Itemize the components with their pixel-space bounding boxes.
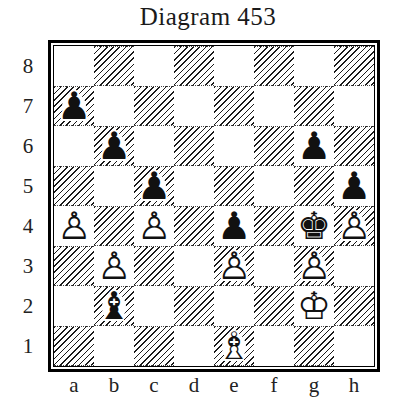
square-b4 (94, 206, 134, 246)
square-b1 (94, 326, 134, 366)
square-g6: ♟ (294, 126, 334, 166)
square-h1 (334, 326, 374, 366)
chessboard: ♟♟♟♟♟♙♙♟♚♙♙♙♙♝♔♗ (54, 46, 374, 366)
square-e3: ♙ (214, 246, 254, 286)
square-a2 (54, 286, 94, 326)
square-f8 (254, 46, 294, 86)
rank-label-5: 5 (14, 166, 42, 206)
square-a7: ♟ (54, 86, 94, 126)
rank-label-4: 4 (14, 206, 42, 246)
piece-black-bishop-b2: ♝ (97, 286, 131, 326)
square-f6 (254, 126, 294, 166)
piece-black-pawn-e4: ♟ (217, 206, 251, 246)
square-h4: ♙ (334, 206, 374, 246)
piece-black-pawn-b6: ♟ (97, 126, 131, 166)
square-h7 (334, 86, 374, 126)
square-c5: ♟ (134, 166, 174, 206)
square-c1 (134, 326, 174, 366)
square-e6 (214, 126, 254, 166)
piece-white-pawn-a4: ♙ (57, 206, 91, 246)
square-c8 (134, 46, 174, 86)
rank-coordinates: 87654321 (14, 46, 42, 366)
file-label-h: h (334, 372, 374, 398)
piece-white-pawn-c4: ♙ (137, 206, 171, 246)
piece-white-pawn-g3: ♙ (297, 246, 331, 286)
square-e1: ♗ (214, 326, 254, 366)
square-d8 (174, 46, 214, 86)
file-label-a: a (54, 372, 94, 398)
rank-label-1: 1 (14, 326, 42, 366)
rank-label-7: 7 (14, 86, 42, 126)
square-b7 (94, 86, 134, 126)
square-g7 (294, 86, 334, 126)
file-label-c: c (134, 372, 174, 398)
square-d4 (174, 206, 214, 246)
square-g2: ♔ (294, 286, 334, 326)
piece-white-king-g2: ♔ (297, 286, 331, 326)
square-h6 (334, 126, 374, 166)
file-label-e: e (214, 372, 254, 398)
square-e5 (214, 166, 254, 206)
square-f3 (254, 246, 294, 286)
piece-black-pawn-g6: ♟ (297, 126, 331, 166)
piece-white-pawn-e3: ♙ (217, 246, 251, 286)
piece-white-bishop-e1: ♗ (217, 326, 251, 366)
piece-black-pawn-h5: ♟ (337, 166, 371, 206)
square-c4: ♙ (134, 206, 174, 246)
square-d7 (174, 86, 214, 126)
square-a3 (54, 246, 94, 286)
square-e2 (214, 286, 254, 326)
file-label-b: b (94, 372, 134, 398)
square-g3: ♙ (294, 246, 334, 286)
square-g1 (294, 326, 334, 366)
piece-black-pawn-a7: ♟ (57, 86, 91, 126)
square-e8 (214, 46, 254, 86)
square-b5 (94, 166, 134, 206)
square-f7 (254, 86, 294, 126)
square-g8 (294, 46, 334, 86)
square-a8 (54, 46, 94, 86)
square-d1 (174, 326, 214, 366)
rank-label-2: 2 (14, 286, 42, 326)
square-f1 (254, 326, 294, 366)
square-e4: ♟ (214, 206, 254, 246)
piece-black-king-g4: ♚ (297, 206, 331, 246)
board-frame: ♟♟♟♟♟♙♙♟♚♙♙♙♙♝♔♗ (48, 40, 380, 372)
file-coordinates: abcdefgh (54, 372, 374, 398)
square-a5 (54, 166, 94, 206)
square-h3 (334, 246, 374, 286)
square-a6 (54, 126, 94, 166)
square-h5: ♟ (334, 166, 374, 206)
square-g5 (294, 166, 334, 206)
square-f2 (254, 286, 294, 326)
square-d3 (174, 246, 214, 286)
square-b6: ♟ (94, 126, 134, 166)
square-b2: ♝ (94, 286, 134, 326)
piece-white-pawn-b3: ♙ (97, 246, 131, 286)
piece-white-pawn-h4: ♙ (337, 206, 371, 246)
piece-black-pawn-c5: ♟ (137, 166, 171, 206)
square-f4 (254, 206, 294, 246)
square-e7 (214, 86, 254, 126)
square-a1 (54, 326, 94, 366)
file-label-d: d (174, 372, 214, 398)
rank-label-3: 3 (14, 246, 42, 286)
square-c7 (134, 86, 174, 126)
square-c6 (134, 126, 174, 166)
square-c3 (134, 246, 174, 286)
board-inner-border: ♟♟♟♟♟♙♙♟♚♙♙♙♙♝♔♗ (53, 45, 375, 367)
square-h8 (334, 46, 374, 86)
square-d2 (174, 286, 214, 326)
file-label-g: g (294, 372, 334, 398)
square-d6 (174, 126, 214, 166)
square-d5 (174, 166, 214, 206)
rank-label-6: 6 (14, 126, 42, 166)
square-f5 (254, 166, 294, 206)
square-c2 (134, 286, 174, 326)
file-label-f: f (254, 372, 294, 398)
square-a4: ♙ (54, 206, 94, 246)
page-title: Diagram 453 (0, 3, 400, 31)
square-b8 (94, 46, 134, 86)
square-g4: ♚ (294, 206, 334, 246)
square-h2 (334, 286, 374, 326)
rank-label-8: 8 (14, 46, 42, 86)
square-b3: ♙ (94, 246, 134, 286)
